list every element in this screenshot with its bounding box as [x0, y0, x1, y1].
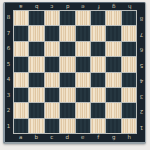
file-label-f: f [91, 134, 107, 142]
square-e5 [76, 57, 90, 71]
square-a5 [14, 57, 28, 71]
square-e3 [76, 88, 90, 102]
square-b6 [29, 42, 43, 56]
square-d2 [60, 103, 74, 117]
square-h7 [122, 26, 136, 40]
file-label-a: a [13, 134, 29, 142]
square-b7 [29, 26, 43, 40]
square-g2 [106, 103, 120, 117]
square-f6 [91, 42, 105, 56]
square-d5 [60, 57, 74, 71]
rank-label-8: 8 [138, 10, 145, 26]
square-c8 [45, 11, 59, 25]
square-g6 [106, 42, 120, 56]
file-label-b: b [29, 134, 45, 142]
square-h1 [122, 119, 136, 133]
square-c6 [45, 42, 59, 56]
square-d7 [60, 26, 74, 40]
square-h4 [122, 73, 136, 87]
square-g5 [106, 57, 120, 71]
square-a4 [14, 73, 28, 87]
square-a1 [14, 119, 28, 133]
photo-background: abcdefgh abcdefgh 87654321 87654321 [0, 0, 150, 150]
rank-label-6: 6 [138, 41, 145, 57]
square-b3 [29, 88, 43, 102]
rank-label-4: 4 [5, 72, 12, 88]
square-f5 [91, 57, 105, 71]
square-c4 [45, 73, 59, 87]
file-labels-bottom: abcdefgh [13, 134, 137, 142]
square-b5 [29, 57, 43, 71]
square-h6 [122, 42, 136, 56]
square-d1 [60, 119, 74, 133]
chess-board: abcdefgh abcdefgh 87654321 87654321 [3, 2, 146, 144]
file-label-d: d [60, 134, 76, 142]
square-e1 [76, 119, 90, 133]
square-a6 [14, 42, 28, 56]
square-h2 [122, 103, 136, 117]
rank-label-6: 6 [5, 41, 12, 57]
file-label-h: h [122, 3, 138, 10]
rank-label-7: 7 [138, 26, 145, 42]
square-a2 [14, 103, 28, 117]
file-label-h: h [122, 134, 138, 142]
square-h5 [122, 57, 136, 71]
square-b2 [29, 103, 43, 117]
square-f4 [91, 73, 105, 87]
rank-label-2: 2 [5, 103, 12, 119]
square-d6 [60, 42, 74, 56]
square-a3 [14, 88, 28, 102]
rank-labels-left: 87654321 [5, 10, 12, 134]
file-label-e: e [75, 3, 91, 10]
square-b4 [29, 73, 43, 87]
rank-label-5: 5 [138, 57, 145, 73]
rank-label-4: 4 [138, 72, 145, 88]
rank-label-1: 1 [5, 119, 12, 135]
file-label-b: b [29, 3, 45, 10]
square-e4 [76, 73, 90, 87]
rank-label-5: 5 [5, 57, 12, 73]
rank-label-7: 7 [5, 26, 12, 42]
play-area [13, 10, 137, 134]
file-label-c: c [44, 134, 60, 142]
square-b1 [29, 119, 43, 133]
square-e2 [76, 103, 90, 117]
square-g1 [106, 119, 120, 133]
square-h3 [122, 88, 136, 102]
square-d3 [60, 88, 74, 102]
file-label-g: g [106, 3, 122, 10]
square-c5 [45, 57, 59, 71]
rank-labels-right: 87654321 [138, 10, 145, 134]
file-label-g: g [106, 134, 122, 142]
square-h8 [122, 11, 136, 25]
rank-label-3: 3 [5, 88, 12, 104]
square-g7 [106, 26, 120, 40]
square-c3 [45, 88, 59, 102]
square-c2 [45, 103, 59, 117]
square-g3 [106, 88, 120, 102]
square-a7 [14, 26, 28, 40]
file-label-d: d [60, 3, 76, 10]
square-c7 [45, 26, 59, 40]
square-f8 [91, 11, 105, 25]
square-e8 [76, 11, 90, 25]
rank-label-1: 1 [138, 119, 145, 135]
file-label-c: c [44, 3, 60, 10]
file-label-a: a [13, 3, 29, 10]
file-label-f: f [91, 3, 107, 10]
square-c1 [45, 119, 59, 133]
square-g8 [106, 11, 120, 25]
square-d8 [60, 11, 74, 25]
square-d4 [60, 73, 74, 87]
square-e6 [76, 42, 90, 56]
rank-label-3: 3 [138, 88, 145, 104]
square-f1 [91, 119, 105, 133]
square-a8 [14, 11, 28, 25]
square-b8 [29, 11, 43, 25]
file-labels-top: abcdefgh [13, 3, 137, 10]
file-label-e: e [75, 134, 91, 142]
rank-label-2: 2 [138, 103, 145, 119]
square-e7 [76, 26, 90, 40]
square-f2 [91, 103, 105, 117]
rank-label-8: 8 [5, 10, 12, 26]
square-f7 [91, 26, 105, 40]
square-g4 [106, 73, 120, 87]
square-f3 [91, 88, 105, 102]
